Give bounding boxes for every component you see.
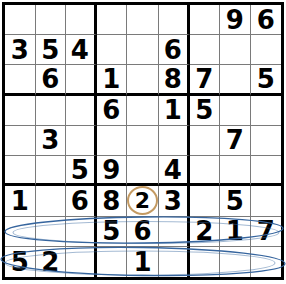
cell-r5c4[interactable] — [97, 126, 128, 156]
cell-r5c9[interactable] — [251, 126, 282, 156]
cell-r3c1[interactable] — [5, 65, 36, 95]
cell-r1c7[interactable] — [190, 5, 221, 35]
cell-digit: 6 — [71, 188, 89, 214]
cell-r6c3[interactable]: 5 — [66, 156, 97, 186]
cell-r6c1[interactable] — [5, 156, 36, 186]
cell-r2c3[interactable]: 4 — [66, 35, 97, 65]
cell-r9c9[interactable] — [251, 247, 282, 277]
cell-r7c4[interactable]: 8 — [97, 186, 128, 216]
cell-r8c8[interactable]: 1 — [220, 217, 251, 247]
cell-r2c6[interactable]: 6 — [159, 35, 190, 65]
cell-r2c8[interactable] — [220, 35, 251, 65]
cell-r5c1[interactable] — [5, 126, 36, 156]
cell-r9c2[interactable]: 2 — [36, 247, 67, 277]
cell-digit: 6 — [164, 37, 182, 63]
cell-r6c6[interactable]: 4 — [159, 156, 190, 186]
cell-r6c7[interactable] — [190, 156, 221, 186]
cell-r8c4[interactable]: 5 — [97, 217, 128, 247]
cell-digit: 5 — [41, 37, 59, 63]
sudoku-board: 963546618756153759416823556217521 — [2, 2, 284, 280]
cell-r1c2[interactable] — [36, 5, 67, 35]
cell-r1c9[interactable]: 6 — [251, 5, 282, 35]
cell-digit: 2 — [127, 186, 158, 215]
cell-r1c1[interactable] — [5, 5, 36, 35]
cell-r9c4[interactable] — [97, 247, 128, 277]
cell-digit: 1 — [11, 188, 29, 214]
cell-r8c6[interactable] — [159, 217, 190, 247]
cell-r4c2[interactable] — [36, 96, 67, 126]
cell-r6c4[interactable]: 9 — [97, 156, 128, 186]
cell-digit: 5 — [226, 188, 244, 214]
cell-digit: 9 — [102, 157, 120, 183]
cell-r3c6[interactable]: 8 — [159, 65, 190, 95]
cell-r3c2[interactable]: 6 — [36, 65, 67, 95]
cell-r5c7[interactable] — [190, 126, 221, 156]
cell-digit: 8 — [164, 66, 182, 92]
cell-digit: 7 — [195, 66, 213, 92]
cell-r6c8[interactable] — [220, 156, 251, 186]
cell-digit: 3 — [164, 188, 182, 214]
cell-digit: 7 — [257, 218, 275, 244]
cell-r2c7[interactable] — [190, 35, 221, 65]
cell-digit: 3 — [41, 127, 59, 153]
cell-r1c5[interactable] — [127, 5, 159, 35]
cell-digit: 9 — [226, 7, 244, 33]
cell-digit: 8 — [102, 188, 120, 214]
cell-r2c9[interactable] — [251, 35, 282, 65]
cell-digit: 2 — [195, 218, 213, 244]
cell-r8c9[interactable]: 7 — [251, 217, 282, 247]
cell-digit: 1 — [164, 97, 182, 123]
cell-r1c8[interactable]: 9 — [220, 5, 251, 35]
cell-r7c6[interactable]: 3 — [159, 186, 190, 216]
cell-r7c1[interactable]: 1 — [5, 186, 36, 216]
cell-digit: 1 — [226, 218, 244, 244]
cell-r3c5[interactable] — [127, 65, 159, 95]
cell-r8c1[interactable] — [5, 217, 36, 247]
cell-digit: 6 — [133, 218, 151, 244]
cell-digit: 3 — [11, 37, 29, 63]
cell-r6c9[interactable] — [251, 156, 282, 186]
cell-r7c5[interactable]: 2 — [127, 186, 159, 216]
cell-r5c5[interactable] — [127, 126, 159, 156]
cell-r4c6[interactable]: 1 — [159, 96, 190, 126]
cell-r4c5[interactable] — [127, 96, 159, 126]
cell-r9c1[interactable]: 5 — [5, 247, 36, 277]
cell-r8c7[interactable]: 2 — [190, 217, 221, 247]
cell-r3c9[interactable]: 5 — [251, 65, 282, 95]
cell-digit: 6 — [41, 66, 59, 92]
cell-r9c6[interactable] — [159, 247, 190, 277]
cell-r7c8[interactable]: 5 — [220, 186, 251, 216]
cell-r8c5[interactable]: 6 — [127, 217, 159, 247]
cell-r2c1[interactable]: 3 — [5, 35, 36, 65]
cell-digit: 4 — [164, 157, 182, 183]
cell-r7c2[interactable] — [36, 186, 67, 216]
cell-r5c8[interactable]: 7 — [220, 126, 251, 156]
cell-r1c6[interactable] — [159, 5, 190, 35]
cell-r2c5[interactable] — [127, 35, 159, 65]
cell-digit: 6 — [257, 7, 275, 33]
cell-r4c4[interactable]: 6 — [97, 96, 128, 126]
cell-r5c3[interactable] — [66, 126, 97, 156]
cell-digit: 1 — [102, 66, 120, 92]
cell-r5c6[interactable] — [159, 126, 190, 156]
cell-r9c3[interactable] — [66, 247, 97, 277]
cell-r3c8[interactable] — [220, 65, 251, 95]
cell-r6c2[interactable] — [36, 156, 67, 186]
cell-r2c4[interactable] — [97, 35, 128, 65]
cell-r1c4[interactable] — [97, 5, 128, 35]
cell-r8c3[interactable] — [66, 217, 97, 247]
cell-digit: 5 — [102, 218, 120, 244]
cell-digit: 5 — [11, 249, 29, 275]
cell-r4c9[interactable] — [251, 96, 282, 126]
cell-r3c3[interactable] — [66, 65, 97, 95]
cell-r9c5[interactable]: 1 — [127, 247, 159, 277]
cell-r4c1[interactable] — [5, 96, 36, 126]
cell-r3c4[interactable]: 1 — [97, 65, 128, 95]
cell-r7c3[interactable]: 6 — [66, 186, 97, 216]
cell-r4c7[interactable]: 5 — [190, 96, 221, 126]
cell-digit: 5 — [195, 97, 213, 123]
cell-r6c5[interactable] — [127, 156, 159, 186]
cell-r4c8[interactable] — [220, 96, 251, 126]
sudoku-page: 963546618756153759416823556217521 — [0, 0, 286, 284]
cell-r5c2[interactable]: 3 — [36, 126, 67, 156]
cell-r4c3[interactable] — [66, 96, 97, 126]
cell-digit: 7 — [226, 127, 244, 153]
cell-digit: 1 — [133, 249, 151, 275]
cell-digit: 2 — [41, 249, 59, 275]
cell-digit: 5 — [71, 157, 89, 183]
cell-r2c2[interactable]: 5 — [36, 35, 67, 65]
cell-digit: 6 — [102, 97, 120, 123]
cell-r9c8[interactable] — [220, 247, 251, 277]
cell-r8c2[interactable] — [36, 217, 67, 247]
cell-digit: 5 — [257, 66, 275, 92]
cell-r1c3[interactable] — [66, 5, 97, 35]
cell-r7c7[interactable] — [190, 186, 221, 216]
cell-r9c7[interactable] — [190, 247, 221, 277]
cell-digit: 4 — [71, 37, 89, 63]
cell-r7c9[interactable] — [251, 186, 282, 216]
cell-r3c7[interactable]: 7 — [190, 65, 221, 95]
